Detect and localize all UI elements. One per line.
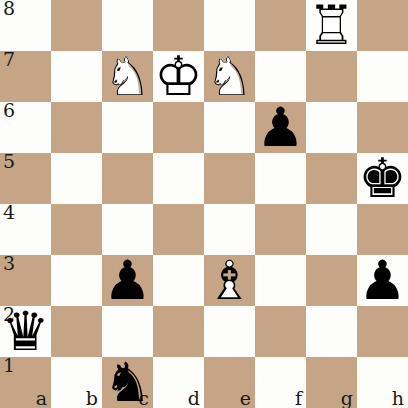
square-e7[interactable]: ♞♘ [204, 51, 255, 102]
square-a3[interactable]: 3 [0, 255, 51, 306]
square-f6[interactable]: ♟ [255, 102, 306, 153]
rank-label-6: 6 [3, 101, 15, 120]
piece-black-pawn[interactable]: ♟ [357, 255, 408, 306]
square-a2[interactable]: 2♛ [0, 306, 51, 357]
square-h6[interactable] [357, 102, 408, 153]
square-a8[interactable]: 8 [0, 0, 51, 51]
square-h4[interactable] [357, 204, 408, 255]
square-b1[interactable]: b [51, 357, 102, 408]
square-b5[interactable] [51, 153, 102, 204]
rank-label-5: 5 [3, 152, 15, 171]
black-king-icon: ♚ [357, 153, 408, 204]
square-h7[interactable] [357, 51, 408, 102]
square-d7[interactable]: ♚♔ [153, 51, 204, 102]
black-queen-icon: ♛ [0, 306, 51, 357]
square-c3[interactable]: ♟ [102, 255, 153, 306]
black-pawn-icon: ♟ [102, 255, 153, 306]
square-g7[interactable] [306, 51, 357, 102]
file-label-a: a [36, 389, 47, 408]
square-h2[interactable] [357, 306, 408, 357]
rank-label-3: 3 [3, 254, 15, 273]
square-a1[interactable]: 1a [0, 357, 51, 408]
square-g1[interactable]: g [306, 357, 357, 408]
square-b4[interactable] [51, 204, 102, 255]
square-e1[interactable]: e [204, 357, 255, 408]
square-e6[interactable] [204, 102, 255, 153]
square-c1[interactable]: c♞ [102, 357, 153, 408]
square-c6[interactable] [102, 102, 153, 153]
white-knight-icon: ♘ [204, 51, 255, 102]
piece-white-bishop[interactable]: ♝♗ [204, 255, 255, 306]
black-pawn-icon: ♟ [357, 255, 408, 306]
square-f8[interactable] [255, 0, 306, 51]
black-knight-icon: ♞ [102, 357, 153, 408]
square-f7[interactable] [255, 51, 306, 102]
square-f2[interactable] [255, 306, 306, 357]
square-g4[interactable] [306, 204, 357, 255]
piece-white-knight[interactable]: ♞♘ [102, 51, 153, 102]
square-h1[interactable]: h [357, 357, 408, 408]
square-h8[interactable] [357, 0, 408, 51]
square-b8[interactable] [51, 0, 102, 51]
piece-black-pawn[interactable]: ♟ [102, 255, 153, 306]
file-label-f: f [295, 389, 302, 408]
square-a5[interactable]: 5 [0, 153, 51, 204]
piece-black-knight[interactable]: ♞ [102, 357, 153, 408]
square-a4[interactable]: 4 [0, 204, 51, 255]
square-f1[interactable]: f [255, 357, 306, 408]
square-c2[interactable] [102, 306, 153, 357]
square-b6[interactable] [51, 102, 102, 153]
square-g8[interactable]: ♜♖ [306, 0, 357, 51]
file-label-b: b [86, 389, 98, 408]
file-label-g: g [341, 389, 353, 408]
piece-white-rook[interactable]: ♜♖ [306, 0, 357, 51]
square-e4[interactable] [204, 204, 255, 255]
square-g5[interactable] [306, 153, 357, 204]
square-c7[interactable]: ♞♘ [102, 51, 153, 102]
square-h5[interactable]: ♚ [357, 153, 408, 204]
rank-label-4: 4 [3, 203, 15, 222]
square-e2[interactable] [204, 306, 255, 357]
square-f4[interactable] [255, 204, 306, 255]
square-g2[interactable] [306, 306, 357, 357]
rank-label-7: 7 [3, 50, 15, 69]
square-b3[interactable] [51, 255, 102, 306]
square-h3[interactable]: ♟ [357, 255, 408, 306]
square-c4[interactable] [102, 204, 153, 255]
piece-white-knight[interactable]: ♞♘ [204, 51, 255, 102]
white-king-icon: ♔ [153, 51, 204, 102]
square-b2[interactable] [51, 306, 102, 357]
square-c8[interactable] [102, 0, 153, 51]
piece-black-king[interactable]: ♚ [357, 153, 408, 204]
square-a7[interactable]: 7 [0, 51, 51, 102]
square-d3[interactable] [153, 255, 204, 306]
square-e3[interactable]: ♝♗ [204, 255, 255, 306]
square-f5[interactable] [255, 153, 306, 204]
square-e5[interactable] [204, 153, 255, 204]
square-g3[interactable] [306, 255, 357, 306]
square-c5[interactable] [102, 153, 153, 204]
square-d5[interactable] [153, 153, 204, 204]
square-d4[interactable] [153, 204, 204, 255]
square-d8[interactable] [153, 0, 204, 51]
file-label-e: e [240, 389, 251, 408]
square-f3[interactable] [255, 255, 306, 306]
piece-white-king[interactable]: ♚♔ [153, 51, 204, 102]
file-label-h: h [392, 389, 404, 408]
white-rook-icon: ♖ [306, 0, 357, 51]
white-bishop-icon: ♗ [204, 255, 255, 306]
piece-black-queen[interactable]: ♛ [0, 306, 51, 357]
square-d1[interactable]: d [153, 357, 204, 408]
square-g6[interactable] [306, 102, 357, 153]
piece-black-pawn[interactable]: ♟ [255, 102, 306, 153]
white-knight-icon: ♘ [102, 51, 153, 102]
rank-label-8: 8 [3, 0, 15, 18]
square-d6[interactable] [153, 102, 204, 153]
chess-board: 8♜♖7♞♘♚♔♞♘6♟5♚43♟♝♗♟2♛1abc♞defgh [0, 0, 408, 408]
square-a6[interactable]: 6 [0, 102, 51, 153]
square-e8[interactable] [204, 0, 255, 51]
black-pawn-icon: ♟ [255, 102, 306, 153]
file-label-d: d [188, 389, 200, 408]
square-d2[interactable] [153, 306, 204, 357]
square-b7[interactable] [51, 51, 102, 102]
